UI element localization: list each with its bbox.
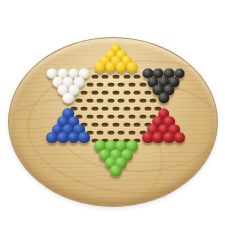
- board-hole-empty[interactable]: [118, 114, 125, 119]
- board-hole-empty[interactable]: [75, 98, 82, 103]
- board-hole-empty[interactable]: [118, 98, 125, 103]
- board-hole-empty[interactable]: [91, 106, 98, 111]
- board-hole-empty[interactable]: [134, 106, 141, 111]
- marble-yellow[interactable]: [105, 62, 116, 73]
- board-hole-empty[interactable]: [102, 122, 109, 127]
- board-hole-empty[interactable]: [107, 98, 114, 103]
- piece-layer: [0, 0, 225, 225]
- board-hole-empty[interactable]: [107, 130, 114, 135]
- board-hole-empty[interactable]: [81, 106, 88, 111]
- marble-black[interactable]: [158, 92, 169, 103]
- board-hole-empty[interactable]: [150, 98, 157, 103]
- board-hole-empty[interactable]: [102, 106, 109, 111]
- board-hole-empty[interactable]: [118, 82, 125, 87]
- board-hole-empty[interactable]: [107, 114, 114, 119]
- board-hole-empty[interactable]: [91, 122, 98, 127]
- board-hole-empty[interactable]: [134, 90, 141, 95]
- board-hole-empty[interactable]: [144, 90, 151, 95]
- board-hole-empty[interactable]: [123, 106, 130, 111]
- board-hole-empty[interactable]: [97, 130, 104, 135]
- board-hole-empty[interactable]: [102, 74, 109, 79]
- marble-red[interactable]: [174, 132, 186, 144]
- board-hole-empty[interactable]: [86, 114, 93, 119]
- board-hole-empty[interactable]: [113, 74, 120, 79]
- board-hole-empty[interactable]: [97, 82, 104, 87]
- board-hole-empty[interactable]: [123, 90, 130, 95]
- photo-canvas: [0, 0, 225, 225]
- board-hole-empty[interactable]: [139, 114, 146, 119]
- board-hole-empty[interactable]: [139, 82, 146, 87]
- marble-green[interactable]: [110, 164, 122, 176]
- marble-yellow[interactable]: [127, 62, 138, 73]
- board-hole-empty[interactable]: [139, 98, 146, 103]
- board-hole-empty[interactable]: [128, 130, 135, 135]
- board-hole-empty[interactable]: [128, 114, 135, 119]
- board-hole-empty[interactable]: [113, 106, 120, 111]
- board-hole-empty[interactable]: [86, 82, 93, 87]
- board-hole-empty[interactable]: [118, 130, 125, 135]
- board-hole-empty[interactable]: [113, 90, 120, 95]
- board-hole-empty[interactable]: [144, 106, 151, 111]
- board-hole-empty[interactable]: [128, 82, 135, 87]
- board-hole-empty[interactable]: [134, 74, 141, 79]
- marble-white[interactable]: [63, 92, 74, 103]
- marble-blue[interactable]: [78, 132, 90, 144]
- board-hole-empty[interactable]: [86, 98, 93, 103]
- board-hole-empty[interactable]: [81, 90, 88, 95]
- board-hole-empty[interactable]: [128, 98, 135, 103]
- marble-yellow[interactable]: [116, 62, 127, 73]
- board-hole-empty[interactable]: [134, 122, 141, 127]
- board-hole-empty[interactable]: [97, 98, 104, 103]
- board-hole-empty[interactable]: [107, 82, 114, 87]
- board-hole-empty[interactable]: [91, 90, 98, 95]
- board-hole-empty[interactable]: [123, 122, 130, 127]
- board-hole-empty[interactable]: [123, 74, 130, 79]
- board-hole-empty[interactable]: [91, 74, 98, 79]
- board-hole-empty[interactable]: [102, 90, 109, 95]
- board-hole-empty[interactable]: [97, 114, 104, 119]
- marble-yellow[interactable]: [95, 62, 106, 73]
- board-hole-empty[interactable]: [113, 122, 120, 127]
